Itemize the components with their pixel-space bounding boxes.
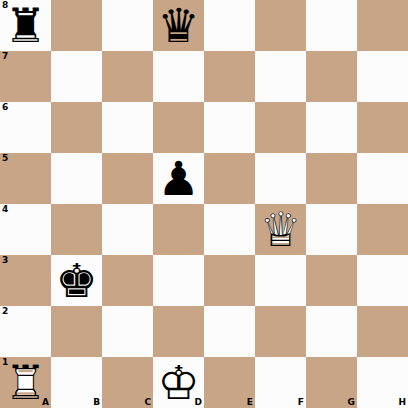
square-d4[interactable] (153, 204, 204, 255)
square-h1[interactable]: H (357, 357, 408, 408)
square-f1[interactable]: F (255, 357, 306, 408)
square-a3[interactable]: 3 (0, 255, 51, 306)
rank-label-3: 3 (2, 256, 8, 265)
rank-label-5: 5 (2, 154, 8, 163)
square-c1[interactable]: C (102, 357, 153, 408)
square-c7[interactable] (102, 51, 153, 102)
piece-white-king[interactable]: ♚♔ (153, 357, 204, 408)
square-f2[interactable] (255, 306, 306, 357)
square-h6[interactable] (357, 102, 408, 153)
square-g5[interactable] (306, 153, 357, 204)
rank-label-4: 4 (2, 205, 8, 214)
black-pawn-glyph: ♟ (153, 153, 204, 204)
square-a6[interactable]: 6 (0, 102, 51, 153)
square-a5[interactable]: 5 (0, 153, 51, 204)
square-c3[interactable] (102, 255, 153, 306)
square-b7[interactable] (51, 51, 102, 102)
square-g8[interactable] (306, 0, 357, 51)
piece-black-pawn[interactable]: ♟ (153, 153, 204, 204)
square-g7[interactable] (306, 51, 357, 102)
square-d3[interactable] (153, 255, 204, 306)
file-label-f: F (298, 398, 304, 407)
square-f7[interactable] (255, 51, 306, 102)
piece-black-king[interactable]: ♚ (51, 255, 102, 306)
square-g3[interactable] (306, 255, 357, 306)
white-rook-outline-glyph: ♖ (0, 357, 51, 408)
square-f6[interactable] (255, 102, 306, 153)
square-b4[interactable] (51, 204, 102, 255)
piece-black-rook[interactable]: ♜ (0, 0, 51, 51)
square-c4[interactable] (102, 204, 153, 255)
square-b3[interactable]: ♚ (51, 255, 102, 306)
square-g4[interactable] (306, 204, 357, 255)
rank-label-6: 6 (2, 103, 8, 112)
file-label-c: C (144, 398, 151, 407)
square-g2[interactable] (306, 306, 357, 357)
square-b6[interactable] (51, 102, 102, 153)
square-f3[interactable] (255, 255, 306, 306)
square-h2[interactable] (357, 306, 408, 357)
piece-white-rook[interactable]: ♜♖ (0, 357, 51, 408)
square-g1[interactable]: G (306, 357, 357, 408)
square-d7[interactable] (153, 51, 204, 102)
square-c2[interactable] (102, 306, 153, 357)
square-f4[interactable]: ♛♕ (255, 204, 306, 255)
square-e7[interactable] (204, 51, 255, 102)
square-b1[interactable]: B (51, 357, 102, 408)
square-b8[interactable] (51, 0, 102, 51)
square-a4[interactable]: 4 (0, 204, 51, 255)
square-a2[interactable]: 2 (0, 306, 51, 357)
square-a8[interactable]: 8♜ (0, 0, 51, 51)
square-d5[interactable]: ♟ (153, 153, 204, 204)
square-h8[interactable] (357, 0, 408, 51)
square-h7[interactable] (357, 51, 408, 102)
square-h3[interactable] (357, 255, 408, 306)
square-e8[interactable] (204, 0, 255, 51)
black-rook-glyph: ♜ (0, 0, 51, 51)
square-f5[interactable] (255, 153, 306, 204)
file-label-b: B (93, 398, 100, 407)
file-label-e: E (247, 398, 253, 407)
rank-label-7: 7 (2, 52, 8, 61)
square-e5[interactable] (204, 153, 255, 204)
square-c5[interactable] (102, 153, 153, 204)
square-d1[interactable]: D♚♔ (153, 357, 204, 408)
chess-board: 8♜♛765♟4♛♕3♚21A♜♖BCD♚♔EFGH (0, 0, 408, 408)
piece-white-queen[interactable]: ♛♕ (255, 204, 306, 255)
square-f8[interactable] (255, 0, 306, 51)
square-d6[interactable] (153, 102, 204, 153)
square-d2[interactable] (153, 306, 204, 357)
square-b2[interactable] (51, 306, 102, 357)
square-h5[interactable] (357, 153, 408, 204)
square-e1[interactable]: E (204, 357, 255, 408)
square-d8[interactable]: ♛ (153, 0, 204, 51)
white-king-outline-glyph: ♔ (153, 357, 204, 408)
black-queen-glyph: ♛ (153, 0, 204, 51)
square-c8[interactable] (102, 0, 153, 51)
file-label-g: G (348, 398, 355, 407)
square-c6[interactable] (102, 102, 153, 153)
square-e4[interactable] (204, 204, 255, 255)
square-g6[interactable] (306, 102, 357, 153)
piece-black-queen[interactable]: ♛ (153, 0, 204, 51)
file-label-h: H (398, 398, 406, 407)
square-h4[interactable] (357, 204, 408, 255)
square-a1[interactable]: 1A♜♖ (0, 357, 51, 408)
square-b5[interactable] (51, 153, 102, 204)
black-king-glyph: ♚ (51, 255, 102, 306)
square-e2[interactable] (204, 306, 255, 357)
square-e6[interactable] (204, 102, 255, 153)
square-a7[interactable]: 7 (0, 51, 51, 102)
white-queen-outline-glyph: ♕ (255, 204, 306, 255)
rank-label-2: 2 (2, 307, 8, 316)
square-e3[interactable] (204, 255, 255, 306)
